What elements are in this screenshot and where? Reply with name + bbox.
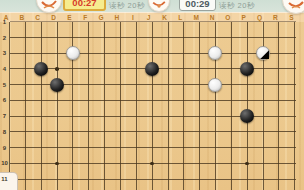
- column-label-O: O: [225, 14, 230, 21]
- column-label-R: R: [273, 14, 278, 21]
- avatar-sketch-icon: [149, 0, 169, 11]
- point-D5: [49, 77, 65, 93]
- left-player-avatar[interactable]: [36, 0, 62, 13]
- black-stone-D5: [50, 78, 64, 92]
- right-player-byoyomi: 读秒 20秒: [219, 1, 255, 11]
- star-point: [150, 162, 154, 166]
- white-stone-N5: [208, 78, 222, 92]
- black-stone-P7: [240, 109, 254, 123]
- column-label-P: P: [242, 14, 246, 21]
- star-point-P10: [239, 155, 255, 171]
- row-label-1: 1: [0, 19, 9, 25]
- point-N5: [208, 77, 224, 93]
- row-label-10: 10: [0, 160, 9, 166]
- column-label-Q: Q: [257, 14, 262, 21]
- row-label-5: 5: [0, 82, 9, 88]
- avatar-sketch-icon: [37, 0, 61, 12]
- left-player-byoyomi: 读秒 20秒: [109, 1, 145, 11]
- column-label-M: M: [193, 14, 198, 21]
- right-player-avatar[interactable]: [148, 0, 170, 12]
- column-label-F: F: [83, 14, 87, 21]
- column-label-E: E: [67, 14, 71, 21]
- star-point-D10: [49, 155, 65, 171]
- column-label-S: S: [289, 14, 293, 21]
- column-label-K: K: [162, 14, 167, 21]
- column-label-I: I: [132, 14, 134, 21]
- point-N3: [208, 45, 224, 61]
- row-label-7: 7: [0, 113, 9, 119]
- corner-avatar[interactable]: [282, 0, 304, 14]
- point-P7: [239, 108, 255, 124]
- star-point: [245, 162, 249, 166]
- row-label-2: 2: [0, 35, 9, 41]
- star-point-D4: [49, 61, 65, 77]
- row-label-8: 8: [0, 129, 9, 135]
- go-board[interactable]: [2, 14, 303, 190]
- column-label-G: G: [99, 14, 104, 21]
- point-E3: [65, 45, 81, 61]
- black-stone-P4: [240, 62, 254, 76]
- column-label-H: H: [115, 14, 120, 21]
- top-bar: 00:27 读秒 20秒 00:29 读秒 20秒: [0, 0, 304, 12]
- column-label-J: J: [147, 14, 151, 21]
- white-stone-Q3: [256, 46, 270, 60]
- black-stone-C4: [34, 62, 48, 76]
- row-label-3: 3: [0, 50, 9, 56]
- column-label-D: D: [51, 14, 56, 21]
- row-label-6: 6: [0, 97, 9, 103]
- white-stone-E3: [66, 46, 80, 60]
- point-J4: [144, 61, 160, 77]
- column-label-C: C: [35, 14, 40, 21]
- column-label-N: N: [210, 14, 215, 21]
- go-app-screen: 00:27 读秒 20秒 00:29 读秒 20秒 ABCDEFGHIJKLMN…: [0, 0, 304, 190]
- column-label-L: L: [178, 14, 182, 21]
- point-Q3: [255, 45, 271, 61]
- star-point-J10: [144, 155, 160, 171]
- right-player-clock: 00:29: [179, 0, 216, 11]
- row-label-4: 4: [0, 66, 9, 72]
- point-P4: [239, 61, 255, 77]
- white-stone-N3: [208, 46, 222, 60]
- column-labels-strip: ABCDEFGHIJKLMNOPQRS: [0, 12, 304, 22]
- avatar-sketch-icon: [283, 0, 304, 13]
- column-label-B: B: [19, 14, 24, 21]
- row-label-9: 9: [0, 145, 9, 151]
- last-move-triangle-marker: [260, 50, 269, 59]
- black-stone-J4: [145, 62, 159, 76]
- left-player-clock: 00:27: [63, 0, 106, 11]
- star-point: [55, 162, 59, 166]
- star-point: [55, 67, 59, 71]
- point-C4: [33, 61, 49, 77]
- row-label-11: 11: [0, 176, 9, 182]
